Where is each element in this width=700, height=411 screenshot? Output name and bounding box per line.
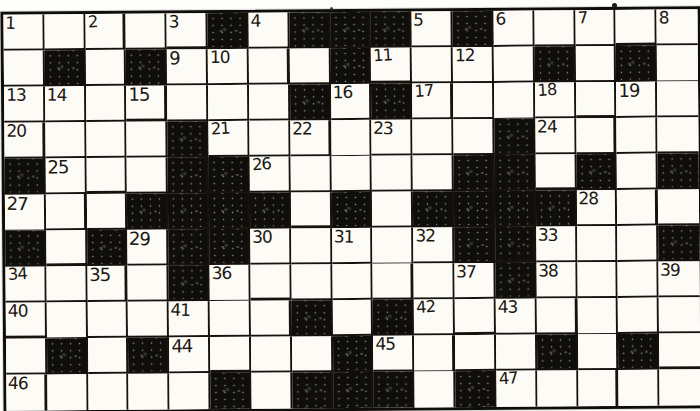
black-cell — [534, 46, 575, 82]
white-cell[interactable] — [496, 335, 537, 371]
white-cell[interactable] — [250, 264, 291, 300]
clue-number: 33 — [537, 226, 557, 246]
clue-number: 46 — [8, 374, 28, 394]
white-cell[interactable]: 12 — [453, 47, 494, 83]
white-cell[interactable] — [453, 83, 494, 119]
white-cell[interactable] — [617, 118, 658, 154]
clue-number: 8 — [659, 9, 669, 28]
white-cell[interactable]: 35 — [87, 266, 128, 302]
clue-number: 25 — [47, 157, 68, 176]
black-cell — [290, 84, 331, 120]
clue-number: 4 — [250, 12, 260, 31]
clue-number: 47 — [498, 369, 518, 388]
clue-number: 43 — [498, 298, 518, 317]
white-cell[interactable]: 43 — [496, 299, 537, 335]
white-cell[interactable] — [332, 300, 373, 336]
black-cell — [333, 372, 374, 408]
clue-number: 36 — [212, 264, 232, 283]
white-cell[interactable] — [291, 264, 332, 300]
white-cell[interactable] — [578, 370, 619, 406]
black-cell — [209, 229, 250, 265]
white-cell[interactable]: 10 — [208, 49, 249, 85]
white-cell[interactable] — [292, 336, 333, 372]
black-cell — [168, 121, 209, 157]
white-cell[interactable]: 38 — [536, 262, 577, 298]
white-cell[interactable] — [659, 369, 700, 405]
black-cell — [126, 49, 167, 85]
white-cell[interactable] — [291, 192, 332, 228]
white-cell[interactable] — [537, 370, 578, 406]
clue-number: 38 — [538, 261, 558, 280]
clue-number: 45 — [375, 335, 395, 354]
white-cell[interactable]: 14 — [45, 86, 86, 122]
white-cell[interactable] — [331, 120, 372, 156]
black-cell — [209, 193, 250, 229]
clue-number: 16 — [333, 83, 353, 102]
clue-number: 15 — [128, 85, 149, 104]
black-cell — [47, 338, 88, 374]
clue-number: 14 — [46, 85, 66, 105]
black-cell — [330, 12, 371, 48]
white-cell[interactable]: 41 — [169, 301, 210, 337]
clue-number: 2 — [87, 13, 98, 32]
white-cell[interactable] — [87, 194, 128, 230]
white-cell[interactable] — [577, 262, 618, 298]
white-cell[interactable] — [413, 119, 454, 155]
black-cell — [45, 50, 86, 86]
black-cell — [454, 227, 495, 263]
black-cell — [5, 158, 46, 194]
white-cell[interactable]: 47 — [496, 371, 537, 407]
white-cell[interactable] — [86, 158, 127, 194]
white-cell[interactable] — [577, 298, 618, 334]
white-cell[interactable] — [576, 82, 617, 118]
white-cell[interactable] — [47, 302, 88, 338]
white-cell[interactable] — [46, 266, 87, 302]
black-cell — [455, 371, 496, 407]
clue-number: 27 — [6, 194, 27, 214]
clue-number: 42 — [416, 297, 436, 316]
black-cell — [5, 230, 46, 266]
white-cell[interactable] — [412, 47, 453, 83]
white-cell[interactable]: 24 — [535, 118, 576, 154]
white-cell[interactable] — [657, 45, 698, 81]
clue-number: 32 — [415, 226, 435, 245]
black-cell — [210, 373, 251, 409]
white-cell[interactable] — [659, 333, 700, 369]
white-cell[interactable] — [617, 154, 658, 190]
white-cell[interactable]: 39 — [659, 261, 700, 297]
clue-number: 37 — [456, 262, 476, 282]
white-cell[interactable]: 8 — [657, 9, 698, 45]
black-cell — [289, 12, 330, 48]
white-cell[interactable] — [251, 336, 292, 372]
black-cell — [495, 263, 536, 299]
white-cell[interactable] — [455, 299, 496, 335]
white-cell[interactable] — [210, 301, 251, 337]
clue-number: 3 — [169, 12, 179, 31]
white-cell[interactable]: 29 — [128, 229, 169, 265]
black-cell — [374, 372, 415, 408]
black-cell — [494, 119, 535, 155]
black-cell — [87, 230, 128, 266]
black-cell — [452, 11, 493, 47]
white-cell[interactable] — [575, 46, 616, 82]
white-cell[interactable] — [415, 371, 456, 407]
black-cell — [168, 229, 209, 265]
white-cell[interactable] — [88, 374, 129, 410]
white-cell[interactable] — [373, 264, 414, 300]
black-cell — [333, 336, 374, 372]
white-cell[interactable] — [249, 84, 290, 120]
white-cell[interactable] — [249, 48, 290, 84]
white-cell[interactable] — [657, 81, 698, 117]
white-cell[interactable] — [494, 47, 535, 83]
white-cell[interactable] — [414, 335, 455, 371]
white-cell[interactable] — [85, 50, 126, 86]
white-cell[interactable] — [46, 230, 87, 266]
clue-number: 19 — [618, 81, 639, 100]
black-cell — [454, 155, 495, 191]
white-cell[interactable] — [414, 263, 455, 299]
white-cell[interactable] — [577, 334, 618, 370]
white-cell[interactable] — [88, 338, 129, 374]
white-cell[interactable]: 18 — [535, 82, 576, 118]
clue-number: 26 — [252, 155, 272, 174]
clue-number: 24 — [537, 117, 557, 136]
white-cell[interactable] — [45, 122, 86, 158]
white-cell[interactable]: 28 — [576, 190, 617, 226]
white-cell[interactable] — [44, 14, 85, 50]
white-cell[interactable]: 33 — [536, 226, 577, 262]
black-cell — [537, 334, 578, 370]
white-cell[interactable] — [658, 189, 699, 225]
white-cell[interactable]: 20 — [4, 122, 45, 158]
black-cell — [616, 46, 657, 82]
white-cell[interactable]: 3 — [167, 13, 208, 49]
clue-number: 44 — [171, 336, 192, 355]
white-cell[interactable] — [210, 337, 251, 373]
white-cell[interactable] — [618, 262, 659, 298]
scanned-crossword-page: 1234567891011121314151617181920212223242… — [0, 0, 700, 411]
clue-number: 22 — [292, 119, 312, 138]
black-cell — [373, 300, 414, 336]
white-cell[interactable] — [170, 373, 211, 409]
white-cell[interactable]: 27 — [5, 194, 46, 230]
clue-number: 9 — [169, 48, 180, 67]
white-cell[interactable]: 5 — [412, 11, 453, 47]
white-cell[interactable] — [86, 122, 127, 158]
clue-number: 7 — [577, 9, 588, 28]
white-cell[interactable] — [617, 190, 658, 226]
white-cell[interactable]: 22 — [290, 120, 331, 156]
white-cell[interactable] — [128, 265, 169, 301]
clue-number: 11 — [373, 46, 393, 65]
white-cell[interactable]: 37 — [454, 263, 495, 299]
white-cell[interactable]: 15 — [126, 85, 167, 121]
clue-number: 30 — [252, 228, 272, 247]
clue-number: 10 — [210, 48, 230, 67]
white-cell[interactable] — [332, 264, 373, 300]
black-cell — [168, 193, 209, 229]
black-cell — [658, 153, 699, 189]
black-cell — [331, 192, 372, 228]
white-cell[interactable] — [453, 119, 494, 155]
black-cell — [413, 191, 454, 227]
white-cell[interactable] — [127, 157, 168, 193]
clue-number: 21 — [210, 119, 230, 138]
black-cell — [371, 84, 412, 120]
white-cell[interactable]: 26 — [250, 156, 291, 192]
white-cell[interactable] — [331, 156, 372, 192]
white-cell[interactable]: 11 — [371, 48, 412, 84]
white-cell[interactable]: 46 — [6, 374, 47, 410]
white-cell[interactable]: 13 — [4, 86, 45, 122]
white-cell[interactable]: 2 — [85, 14, 126, 50]
white-cell[interactable]: 25 — [45, 158, 86, 194]
black-cell — [127, 193, 168, 229]
white-cell[interactable] — [494, 83, 535, 119]
black-cell — [250, 192, 291, 228]
black-cell — [576, 154, 617, 190]
white-cell[interactable]: 34 — [5, 266, 46, 302]
clue-number: 20 — [6, 122, 26, 141]
white-cell[interactable] — [126, 13, 167, 49]
white-cell[interactable] — [659, 297, 700, 333]
white-cell[interactable]: 7 — [575, 10, 616, 46]
white-cell[interactable] — [6, 338, 47, 374]
white-cell[interactable]: 42 — [414, 299, 455, 335]
clue-number: 40 — [8, 302, 28, 321]
white-cell[interactable] — [618, 298, 659, 334]
black-cell — [330, 48, 371, 84]
white-cell[interactable] — [455, 335, 496, 371]
black-cell — [494, 155, 535, 191]
white-cell[interactable] — [167, 85, 208, 121]
black-cell — [495, 191, 536, 227]
white-cell[interactable] — [372, 156, 413, 192]
white-cell[interactable] — [617, 226, 658, 262]
black-cell — [658, 225, 699, 261]
white-cell[interactable] — [372, 192, 413, 228]
white-cell[interactable] — [251, 300, 292, 336]
white-cell[interactable]: 36 — [210, 265, 251, 301]
white-cell[interactable] — [290, 156, 331, 192]
white-cell[interactable]: 1 — [3, 14, 44, 50]
crossword-grid: 1234567891011121314151617181920212223242… — [0, 6, 700, 411]
white-cell[interactable]: 23 — [372, 120, 413, 156]
black-cell — [618, 334, 659, 370]
white-cell[interactable] — [291, 228, 332, 264]
black-cell — [292, 372, 333, 408]
white-cell[interactable] — [129, 373, 170, 409]
clue-number: 17 — [414, 81, 434, 100]
white-cell[interactable] — [87, 302, 128, 338]
white-cell[interactable]: 45 — [373, 336, 414, 372]
black-cell — [371, 12, 412, 48]
white-cell[interactable]: 9 — [167, 49, 208, 85]
white-cell[interactable] — [289, 48, 330, 84]
white-cell[interactable] — [249, 120, 290, 156]
white-cell[interactable] — [4, 50, 45, 86]
white-cell[interactable] — [128, 301, 169, 337]
white-cell[interactable] — [535, 154, 576, 190]
white-cell[interactable] — [47, 374, 88, 410]
white-cell[interactable] — [536, 298, 577, 334]
black-cell — [169, 265, 210, 301]
white-cell[interactable]: 6 — [493, 11, 534, 47]
white-cell[interactable] — [208, 85, 249, 121]
white-cell[interactable]: 21 — [208, 121, 249, 157]
black-cell — [208, 13, 249, 49]
white-cell[interactable]: 30 — [250, 228, 291, 264]
black-cell — [454, 191, 495, 227]
clue-number: 41 — [170, 300, 190, 320]
white-cell[interactable]: 40 — [6, 302, 47, 338]
white-cell[interactable] — [576, 118, 617, 154]
clue-number: 31 — [333, 227, 353, 247]
clue-number: 6 — [495, 10, 505, 29]
white-cell[interactable] — [657, 117, 698, 153]
white-cell[interactable] — [86, 86, 127, 122]
white-cell[interactable] — [127, 121, 168, 157]
clue-number: 35 — [89, 265, 110, 284]
black-cell — [209, 157, 250, 193]
white-cell[interactable] — [534, 10, 575, 46]
white-cell[interactable] — [251, 372, 292, 408]
black-cell — [291, 300, 332, 336]
white-cell[interactable] — [46, 194, 87, 230]
clue-number: 13 — [6, 86, 26, 105]
white-cell[interactable] — [619, 370, 660, 406]
white-cell[interactable]: 31 — [332, 228, 373, 264]
black-cell — [536, 190, 577, 226]
clue-number: 39 — [660, 261, 680, 281]
white-cell[interactable]: 32 — [413, 227, 454, 263]
white-cell[interactable]: 19 — [616, 82, 657, 118]
clue-number: 29 — [129, 229, 150, 249]
white-cell[interactable]: 17 — [412, 83, 453, 119]
black-cell — [128, 337, 169, 373]
clue-number: 5 — [413, 11, 423, 30]
clue-number: 1 — [5, 14, 15, 33]
white-cell[interactable] — [413, 155, 454, 191]
white-cell[interactable] — [616, 10, 657, 46]
white-cell[interactable]: 16 — [331, 84, 372, 120]
white-cell[interactable] — [373, 228, 414, 264]
white-cell[interactable]: 44 — [169, 337, 210, 373]
clue-number: 23 — [373, 119, 393, 139]
clue-number: 34 — [7, 265, 27, 284]
clue-number: 12 — [455, 46, 475, 65]
black-cell — [168, 157, 209, 193]
white-cell[interactable] — [577, 226, 618, 262]
black-cell — [495, 227, 536, 263]
white-cell[interactable]: 4 — [248, 12, 289, 48]
clue-number: 28 — [578, 189, 598, 208]
clue-number: 18 — [537, 80, 557, 99]
